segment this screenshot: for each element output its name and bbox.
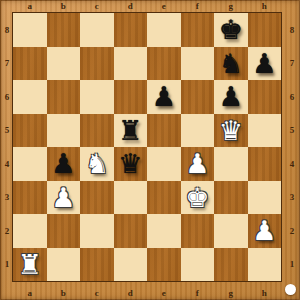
- square-c1[interactable]: [80, 248, 114, 282]
- white-rook-a1[interactable]: ♜: [18, 248, 42, 282]
- rank-label-left-5: 5: [1, 124, 13, 136]
- square-b8[interactable]: [47, 13, 81, 47]
- rank-label-left-6: 6: [1, 91, 13, 103]
- square-b3[interactable]: ♟: [47, 181, 81, 215]
- square-a8[interactable]: [13, 13, 47, 47]
- white-king-f3[interactable]: ♚: [185, 181, 209, 215]
- file-label-top-e: e: [158, 0, 170, 12]
- square-e4[interactable]: [147, 147, 181, 181]
- rank-label-left-2: 2: [1, 225, 13, 237]
- rank-label-right-4: 4: [286, 158, 298, 170]
- square-h4[interactable]: [248, 147, 282, 181]
- square-d4[interactable]: ♛: [114, 147, 148, 181]
- square-h3[interactable]: [248, 181, 282, 215]
- black-pawn-h7[interactable]: ♟: [252, 47, 276, 81]
- rank-label-right-7: 7: [286, 57, 298, 69]
- square-e3[interactable]: [147, 181, 181, 215]
- white-knight-c4[interactable]: ♞: [85, 147, 109, 181]
- square-d7[interactable]: [114, 47, 148, 81]
- black-pawn-g6[interactable]: ♟: [219, 80, 243, 114]
- square-e1[interactable]: [147, 248, 181, 282]
- rank-label-right-2: 2: [286, 225, 298, 237]
- square-f6[interactable]: [181, 80, 215, 114]
- square-b5[interactable]: [47, 114, 81, 148]
- square-a2[interactable]: [13, 214, 47, 248]
- chess-board-window: ♚♞♟♟♟♜♛♟♞♛♟♟♚♟♜ aabbccddeeffgghh88776655…: [0, 0, 300, 300]
- rank-label-right-8: 8: [286, 24, 298, 36]
- square-b2[interactable]: [47, 214, 81, 248]
- square-a7[interactable]: [13, 47, 47, 81]
- rank-label-left-3: 3: [1, 191, 13, 203]
- rank-label-right-1: 1: [286, 258, 298, 270]
- file-label-top-a: a: [24, 0, 36, 12]
- file-label-top-h: h: [258, 0, 270, 12]
- square-c8[interactable]: [80, 13, 114, 47]
- square-a6[interactable]: [13, 80, 47, 114]
- file-label-bottom-d: d: [124, 287, 136, 299]
- square-e7[interactable]: [147, 47, 181, 81]
- square-b6[interactable]: [47, 80, 81, 114]
- square-h8[interactable]: [248, 13, 282, 47]
- file-label-top-f: f: [191, 0, 203, 12]
- square-g8[interactable]: ♚: [214, 13, 248, 47]
- square-g6[interactable]: ♟: [214, 80, 248, 114]
- square-h6[interactable]: [248, 80, 282, 114]
- white-pawn-f4[interactable]: ♟: [185, 147, 209, 181]
- square-f4[interactable]: ♟: [181, 147, 215, 181]
- file-label-top-b: b: [57, 0, 69, 12]
- rank-label-right-3: 3: [286, 191, 298, 203]
- square-g7[interactable]: ♞: [214, 47, 248, 81]
- square-c2[interactable]: [80, 214, 114, 248]
- square-d3[interactable]: [114, 181, 148, 215]
- square-e6[interactable]: ♟: [147, 80, 181, 114]
- square-f8[interactable]: [181, 13, 215, 47]
- white-pawn-h2[interactable]: ♟: [252, 214, 276, 248]
- rank-label-right-6: 6: [286, 91, 298, 103]
- square-c6[interactable]: [80, 80, 114, 114]
- square-f1[interactable]: [181, 248, 215, 282]
- square-b7[interactable]: [47, 47, 81, 81]
- square-a1[interactable]: ♜: [13, 248, 47, 282]
- square-g3[interactable]: [214, 181, 248, 215]
- rank-label-left-7: 7: [1, 57, 13, 69]
- square-g4[interactable]: [214, 147, 248, 181]
- square-h1[interactable]: [248, 248, 282, 282]
- black-queen-d4[interactable]: ♛: [118, 147, 142, 181]
- square-c3[interactable]: [80, 181, 114, 215]
- file-label-top-c: c: [91, 0, 103, 12]
- square-d1[interactable]: [114, 248, 148, 282]
- square-c7[interactable]: [80, 47, 114, 81]
- black-pawn-e6[interactable]: ♟: [152, 80, 176, 114]
- file-label-bottom-c: c: [91, 287, 103, 299]
- rank-label-right-5: 5: [286, 124, 298, 136]
- file-label-bottom-h: h: [258, 287, 270, 299]
- rank-label-left-8: 8: [1, 24, 13, 36]
- square-a3[interactable]: [13, 181, 47, 215]
- square-f3[interactable]: ♚: [181, 181, 215, 215]
- square-c5[interactable]: [80, 114, 114, 148]
- white-queen-g5[interactable]: ♛: [219, 114, 243, 148]
- square-b1[interactable]: [47, 248, 81, 282]
- rank-label-left-1: 1: [1, 258, 13, 270]
- square-f2[interactable]: [181, 214, 215, 248]
- white-pawn-b3[interactable]: ♟: [51, 181, 75, 215]
- file-label-bottom-e: e: [158, 287, 170, 299]
- square-c4[interactable]: ♞: [80, 147, 114, 181]
- black-king-g8[interactable]: ♚: [219, 13, 243, 47]
- chess-board: ♚♞♟♟♟♜♛♟♞♛♟♟♚♟♜: [13, 13, 281, 281]
- square-a5[interactable]: [13, 114, 47, 148]
- black-pawn-b4[interactable]: ♟: [51, 147, 75, 181]
- file-label-top-d: d: [124, 0, 136, 12]
- square-e8[interactable]: [147, 13, 181, 47]
- square-h5[interactable]: [248, 114, 282, 148]
- square-h7[interactable]: ♟: [248, 47, 282, 81]
- square-d8[interactable]: [114, 13, 148, 47]
- square-f7[interactable]: [181, 47, 215, 81]
- square-g1[interactable]: [214, 248, 248, 282]
- file-label-bottom-g: g: [225, 287, 237, 299]
- white-to-move-indicator: [285, 284, 296, 295]
- square-g5[interactable]: ♛: [214, 114, 248, 148]
- square-a4[interactable]: [13, 147, 47, 181]
- file-label-bottom-f: f: [191, 287, 203, 299]
- square-d6[interactable]: [114, 80, 148, 114]
- square-g2[interactable]: [214, 214, 248, 248]
- black-rook-d5[interactable]: ♜: [118, 114, 142, 148]
- square-h2[interactable]: ♟: [248, 214, 282, 248]
- square-e5[interactable]: [147, 114, 181, 148]
- rank-label-left-4: 4: [1, 158, 13, 170]
- file-label-bottom-a: a: [24, 287, 36, 299]
- square-f5[interactable]: [181, 114, 215, 148]
- square-d2[interactable]: [114, 214, 148, 248]
- square-b4[interactable]: ♟: [47, 147, 81, 181]
- file-label-bottom-b: b: [57, 287, 69, 299]
- file-label-top-g: g: [225, 0, 237, 12]
- black-knight-g7[interactable]: ♞: [219, 47, 243, 81]
- square-e2[interactable]: [147, 214, 181, 248]
- square-d5[interactable]: ♜: [114, 114, 148, 148]
